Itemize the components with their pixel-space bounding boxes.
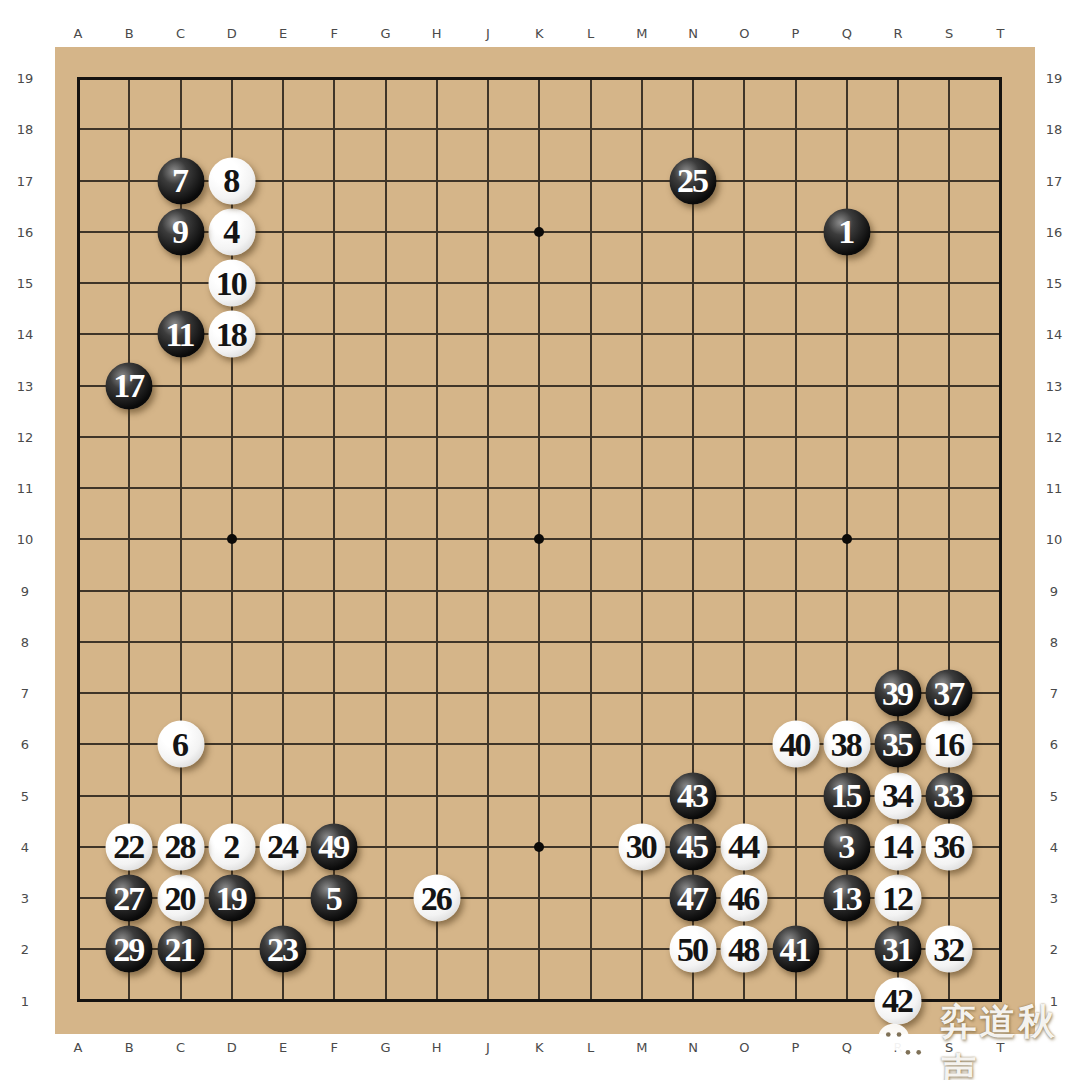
stone-black-25-N17[interactable]: 25 — [670, 157, 717, 204]
row-label-left-3: 3 — [21, 891, 29, 906]
stone-number: 40 — [780, 727, 812, 761]
stone-black-35-R6[interactable]: 35 — [875, 721, 922, 768]
stone-number: 25 — [677, 164, 709, 198]
row-label-left-12: 12 — [17, 429, 34, 444]
stone-black-27-B3[interactable]: 27 — [106, 875, 153, 922]
row-label-right-13: 13 — [1046, 378, 1063, 393]
col-label-bottom-L: L — [587, 1040, 594, 1055]
stone-white-6-C6[interactable]: 6 — [157, 721, 204, 768]
star-point-Q10 — [842, 534, 852, 544]
stone-white-44-O4[interactable]: 44 — [721, 823, 768, 870]
stone-number: 15 — [831, 779, 863, 813]
stone-black-5-F3[interactable]: 5 — [311, 875, 358, 922]
row-label-left-16: 16 — [17, 224, 34, 239]
stone-number: 33 — [933, 779, 965, 813]
stone-white-2-D4[interactable]: 2 — [208, 823, 255, 870]
stone-number: 2 — [223, 830, 240, 864]
stone-white-16-S6[interactable]: 16 — [926, 721, 973, 768]
row-label-left-1: 1 — [21, 993, 29, 1008]
row-label-left-6: 6 — [21, 737, 29, 752]
stone-number: 50 — [677, 932, 709, 966]
stone-black-13-Q3[interactable]: 13 — [823, 875, 870, 922]
stone-number: 23 — [267, 932, 299, 966]
stone-number: 37 — [933, 676, 965, 710]
col-label-top-F: F — [331, 26, 338, 41]
stone-number: 3 — [838, 830, 855, 864]
stone-number: 1 — [838, 215, 855, 249]
col-label-top-H: H — [432, 26, 442, 41]
stone-white-48-O2[interactable]: 48 — [721, 926, 768, 973]
row-label-right-3: 3 — [1050, 891, 1058, 906]
stone-number: 45 — [677, 830, 709, 864]
row-label-right-7: 7 — [1050, 686, 1058, 701]
row-label-left-2: 2 — [21, 942, 29, 957]
stone-black-19-D3[interactable]: 19 — [208, 875, 255, 922]
stone-white-34-R5[interactable]: 34 — [875, 772, 922, 819]
row-label-right-10: 10 — [1046, 532, 1063, 547]
stone-white-32-S2[interactable]: 32 — [926, 926, 973, 973]
stone-black-1-Q16[interactable]: 1 — [823, 208, 870, 255]
stone-black-3-Q4[interactable]: 3 — [823, 823, 870, 870]
col-label-bottom-M: M — [636, 1040, 647, 1055]
stone-black-23-E2[interactable]: 23 — [260, 926, 307, 973]
col-label-bottom-C: C — [176, 1040, 185, 1055]
stone-number: 30 — [626, 830, 658, 864]
stone-black-49-F4[interactable]: 49 — [311, 823, 358, 870]
row-label-right-17: 17 — [1046, 173, 1063, 188]
col-label-top-M: M — [636, 26, 647, 41]
star-point-K10 — [534, 534, 544, 544]
stone-white-10-D15[interactable]: 10 — [208, 260, 255, 307]
row-label-right-5: 5 — [1050, 788, 1058, 803]
stone-white-14-R4[interactable]: 14 — [875, 823, 922, 870]
stone-black-15-Q5[interactable]: 15 — [823, 772, 870, 819]
stone-black-45-N4[interactable]: 45 — [670, 823, 717, 870]
row-label-right-15: 15 — [1046, 276, 1063, 291]
row-label-right-12: 12 — [1046, 429, 1063, 444]
row-label-right-11: 11 — [1046, 481, 1063, 496]
stone-number: 6 — [172, 727, 189, 761]
row-label-right-2: 2 — [1050, 942, 1058, 957]
col-label-top-P: P — [792, 26, 800, 41]
stone-white-36-S4[interactable]: 36 — [926, 823, 973, 870]
row-label-right-18: 18 — [1046, 122, 1063, 137]
col-label-bottom-N: N — [688, 1040, 698, 1055]
stone-number: 12 — [882, 881, 914, 915]
row-label-right-19: 19 — [1046, 71, 1063, 86]
col-label-bottom-A: A — [74, 1040, 83, 1055]
stone-number: 35 — [882, 727, 914, 761]
col-label-bottom-D: D — [227, 1040, 237, 1055]
go-diagram-canvas: 1234567891011121314151617181920212223242… — [0, 0, 1080, 1080]
stone-white-24-E4[interactable]: 24 — [260, 823, 307, 870]
col-label-top-A: A — [74, 26, 83, 41]
col-label-top-Q: Q — [842, 26, 852, 41]
row-label-left-9: 9 — [21, 583, 29, 598]
stone-number: 11 — [165, 317, 195, 351]
col-label-bottom-Q: Q — [842, 1040, 852, 1055]
stone-white-46-O3[interactable]: 46 — [721, 875, 768, 922]
stone-black-21-C2[interactable]: 21 — [157, 926, 204, 973]
col-label-top-B: B — [125, 26, 134, 41]
col-label-top-O: O — [739, 26, 749, 41]
stone-black-39-R7[interactable]: 39 — [875, 670, 922, 717]
row-label-right-9: 9 — [1050, 583, 1058, 598]
stone-number: 21 — [165, 932, 197, 966]
col-label-top-L: L — [587, 26, 594, 41]
col-label-top-T: T — [997, 26, 1005, 41]
stone-white-50-N2[interactable]: 50 — [670, 926, 717, 973]
row-label-right-16: 16 — [1046, 224, 1063, 239]
stone-white-4-D16[interactable]: 4 — [208, 208, 255, 255]
stone-black-37-S7[interactable]: 37 — [926, 670, 973, 717]
row-label-left-18: 18 — [17, 122, 34, 137]
col-label-bottom-E: E — [279, 1040, 287, 1055]
stone-number: 26 — [421, 881, 453, 915]
stone-black-33-S5[interactable]: 33 — [926, 772, 973, 819]
row-label-left-17: 17 — [17, 173, 34, 188]
star-point-K4 — [534, 842, 544, 852]
col-label-bottom-P: P — [792, 1040, 800, 1055]
row-label-left-11: 11 — [17, 481, 34, 496]
stone-number: 46 — [728, 881, 760, 915]
stone-number: 8 — [223, 164, 240, 198]
row-label-left-7: 7 — [21, 686, 29, 701]
row-label-left-5: 5 — [21, 788, 29, 803]
col-label-top-K: K — [535, 26, 544, 41]
stone-black-17-B13[interactable]: 17 — [106, 362, 153, 409]
col-label-bottom-K: K — [535, 1040, 544, 1055]
col-label-bottom-B: B — [125, 1040, 134, 1055]
col-label-top-R: R — [893, 26, 902, 41]
stone-number: 41 — [780, 932, 812, 966]
row-label-right-6: 6 — [1050, 737, 1058, 752]
row-label-right-8: 8 — [1050, 634, 1058, 649]
stone-number: 32 — [933, 932, 965, 966]
stone-white-8-D17[interactable]: 8 — [208, 157, 255, 204]
stone-number: 18 — [216, 317, 248, 351]
col-label-bottom-H: H — [432, 1040, 442, 1055]
stone-number: 28 — [165, 830, 197, 864]
col-label-top-E: E — [279, 26, 287, 41]
col-label-bottom-G: G — [380, 1040, 390, 1055]
row-label-left-8: 8 — [21, 634, 29, 649]
col-label-bottom-F: F — [331, 1040, 338, 1055]
stone-number: 16 — [933, 727, 965, 761]
stone-number: 44 — [728, 830, 760, 864]
star-point-D10 — [227, 534, 237, 544]
row-label-right-4: 4 — [1050, 839, 1058, 854]
stone-black-9-C16[interactable]: 9 — [157, 208, 204, 255]
stone-number: 38 — [831, 727, 863, 761]
stone-white-26-H3[interactable]: 26 — [413, 875, 460, 922]
stone-number: 49 — [318, 830, 350, 864]
stone-white-20-C3[interactable]: 20 — [157, 875, 204, 922]
stone-number: 24 — [267, 830, 299, 864]
stone-white-28-C4[interactable]: 28 — [157, 823, 204, 870]
stone-black-29-B2[interactable]: 29 — [106, 926, 153, 973]
stone-black-47-N3[interactable]: 47 — [670, 875, 717, 922]
row-label-left-15: 15 — [17, 276, 34, 291]
row-label-left-13: 13 — [17, 378, 34, 393]
stone-number: 34 — [882, 779, 914, 813]
stone-white-40-P6[interactable]: 40 — [772, 721, 819, 768]
col-label-top-G: G — [380, 26, 390, 41]
stone-white-18-D14[interactable]: 18 — [208, 311, 255, 358]
stone-number: 10 — [216, 266, 248, 300]
stone-number: 7 — [172, 164, 189, 198]
stone-number: 48 — [728, 932, 760, 966]
stone-number: 22 — [113, 830, 145, 864]
stone-number: 43 — [677, 779, 709, 813]
stone-number: 31 — [882, 932, 914, 966]
stone-number: 47 — [677, 881, 709, 915]
row-label-left-4: 4 — [21, 839, 29, 854]
stone-number: 19 — [216, 881, 248, 915]
stone-number: 17 — [113, 369, 145, 403]
stone-white-30-M4[interactable]: 30 — [618, 823, 665, 870]
col-label-top-C: C — [176, 26, 185, 41]
stone-number: 20 — [165, 881, 197, 915]
stone-white-22-B4[interactable]: 22 — [106, 823, 153, 870]
stone-black-43-N5[interactable]: 43 — [670, 772, 717, 819]
col-label-top-S: S — [945, 26, 953, 41]
col-label-bottom-J: J — [486, 1040, 490, 1055]
stone-black-41-P2[interactable]: 41 — [772, 926, 819, 973]
stone-white-38-Q6[interactable]: 38 — [823, 721, 870, 768]
row-label-right-14: 14 — [1046, 327, 1063, 342]
stone-black-7-C17[interactable]: 7 — [157, 157, 204, 204]
watermark-text: 弈道秋声 — [941, 998, 1080, 1080]
stone-white-12-R3[interactable]: 12 — [875, 875, 922, 922]
row-label-left-14: 14 — [17, 327, 34, 342]
stone-black-11-C14[interactable]: 11 — [157, 311, 204, 358]
stone-number: 4 — [223, 215, 240, 249]
stone-number: 29 — [113, 932, 145, 966]
col-label-top-N: N — [688, 26, 698, 41]
stone-number: 39 — [882, 676, 914, 710]
stone-number: 13 — [831, 881, 863, 915]
stone-number: 5 — [326, 881, 343, 915]
stone-number: 14 — [882, 830, 914, 864]
row-label-left-10: 10 — [17, 532, 34, 547]
stone-number: 36 — [933, 830, 965, 864]
col-label-bottom-O: O — [739, 1040, 749, 1055]
watermark: 弈道秋声 — [874, 998, 1080, 1080]
stone-black-31-R2[interactable]: 31 — [875, 926, 922, 973]
star-point-K16 — [534, 227, 544, 237]
col-label-top-D: D — [227, 26, 237, 41]
row-label-left-19: 19 — [17, 71, 34, 86]
wechat-icon — [874, 1016, 937, 1078]
stone-number: 27 — [113, 881, 145, 915]
col-label-top-J: J — [486, 26, 490, 41]
stone-number: 9 — [172, 215, 189, 249]
